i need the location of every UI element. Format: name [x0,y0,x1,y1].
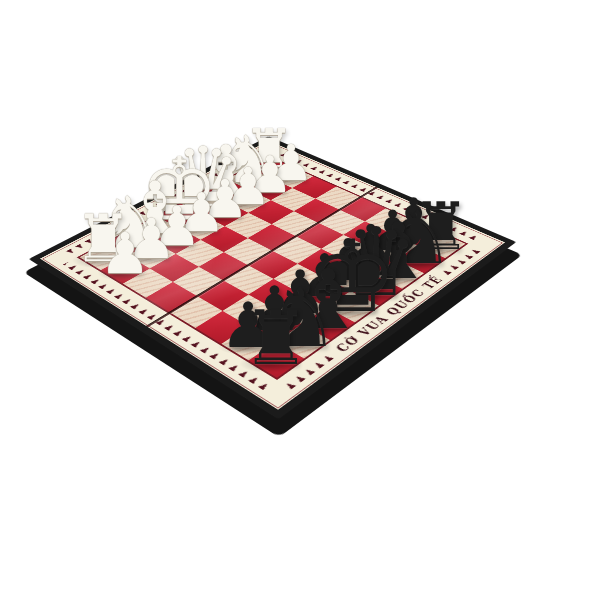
chess-board-surface: ♟♟♟♟♟♟♟♟♟♟♟♟♟♟♟♟♟♟♟♟♟♟♟♟♟♟♟♟♟♟♟♟♟♟♟♟♟♟♟♟… [28,136,516,419]
board-grid [76,155,467,379]
product-photo-stage: ♟♟♟♟♟♟♟♟♟♟♟♟♟♟♟♟♟♟♟♟♟♟♟♟♟♟♟♟♟♟♟♟♟♟♟♟♟♟♟♟… [0,0,600,600]
